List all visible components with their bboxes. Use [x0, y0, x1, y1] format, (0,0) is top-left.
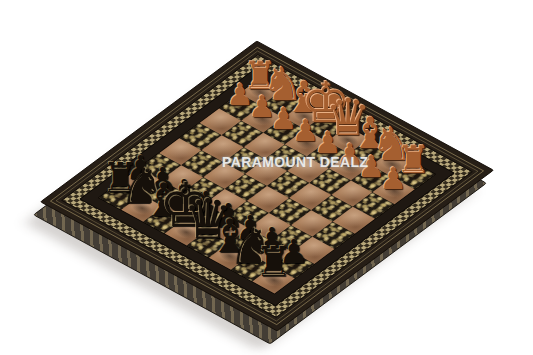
chess-board: ♜♞♝♚♛♝♞♜♟♟♟♟♟♟♟♟♟♟♟♟♟♟♟♟♜♞♝♚♛♝♞♜	[40, 41, 494, 332]
product-photo-stage: ♜♞♝♚♛♝♞♜♟♟♟♟♟♟♟♟♟♟♟♟♟♟♟♟♜♞♝♚♛♝♞♜ PARAMOU…	[0, 0, 533, 355]
watermark: PARAMOUNT DEALZ	[222, 154, 369, 170]
